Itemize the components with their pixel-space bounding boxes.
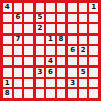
cell-r3c8[interactable]	[79, 24, 88, 33]
cell-r6c2[interactable]	[14, 57, 23, 66]
box-6: 62	[68, 36, 98, 66]
cell-r3c7[interactable]	[68, 24, 77, 33]
cell-r8c1[interactable]: 1	[3, 79, 12, 88]
cell-r8c8[interactable]	[79, 79, 88, 88]
box-4: 7	[3, 36, 33, 66]
cell-r4c5[interactable]: 1	[46, 36, 55, 45]
cell-r2c4[interactable]: 5	[36, 14, 45, 23]
cell-r5c2[interactable]	[14, 46, 23, 55]
cell-r1c6[interactable]	[57, 3, 66, 12]
cell-r1c8[interactable]	[79, 3, 88, 12]
cell-r3c2[interactable]	[14, 24, 23, 33]
cell-r6c7[interactable]	[68, 57, 77, 66]
cell-r8c9[interactable]	[89, 79, 98, 88]
cell-r4c8[interactable]	[79, 36, 88, 45]
cell-r7c4[interactable]: 3	[36, 68, 45, 77]
box-8: 36	[36, 68, 66, 98]
cell-r3c9[interactable]	[89, 24, 98, 33]
cell-r1c4[interactable]	[36, 3, 45, 12]
cell-r7c7[interactable]	[68, 68, 77, 77]
cell-r6c5[interactable]: 4	[46, 57, 55, 66]
cell-r8c3[interactable]	[24, 79, 33, 88]
cell-r2c8[interactable]	[79, 14, 88, 23]
cell-r1c9[interactable]: 1	[89, 3, 98, 12]
cell-r7c1[interactable]	[3, 68, 12, 77]
cell-r3c4[interactable]: 2	[36, 24, 45, 33]
cell-r5c5[interactable]	[46, 46, 55, 55]
cell-r9c6[interactable]	[57, 89, 66, 98]
cell-r4c1[interactable]	[3, 36, 12, 45]
cell-r6c6[interactable]	[57, 57, 66, 66]
cell-r1c3[interactable]	[24, 3, 33, 12]
box-2: 52	[36, 3, 66, 33]
cell-r7c6[interactable]	[57, 68, 66, 77]
cell-r9c2[interactable]	[14, 89, 23, 98]
cell-r9c7[interactable]	[68, 89, 77, 98]
box-9: 53	[68, 68, 98, 98]
cell-r2c6[interactable]	[57, 14, 66, 23]
cell-r6c1[interactable]	[3, 57, 12, 66]
cell-r7c5[interactable]: 6	[46, 68, 55, 77]
cell-r5c4[interactable]	[36, 46, 45, 55]
cell-r9c3[interactable]	[24, 89, 33, 98]
cell-r2c9[interactable]	[89, 14, 98, 23]
cell-r2c7[interactable]	[68, 14, 77, 23]
cell-r5c6[interactable]	[57, 46, 66, 55]
cell-r9c4[interactable]	[36, 89, 45, 98]
box-5: 184	[36, 36, 66, 66]
cell-r4c9[interactable]	[89, 36, 98, 45]
cell-r3c5[interactable]	[46, 24, 55, 33]
cell-r3c3[interactable]	[24, 24, 33, 33]
cell-r8c7[interactable]: 3	[68, 79, 77, 88]
cell-r3c1[interactable]	[3, 24, 12, 33]
cell-r8c4[interactable]	[36, 79, 45, 88]
box-3: 1	[68, 3, 98, 33]
cell-r4c6[interactable]: 8	[57, 36, 66, 45]
cell-r5c9[interactable]	[89, 46, 98, 55]
cell-r4c2[interactable]: 7	[14, 36, 23, 45]
cell-r2c5[interactable]	[46, 14, 55, 23]
cell-r6c3[interactable]	[24, 57, 33, 66]
box-1: 46	[3, 3, 33, 33]
cell-r7c9[interactable]	[89, 68, 98, 77]
cell-r5c7[interactable]: 6	[68, 46, 77, 55]
cell-r5c8[interactable]: 2	[79, 46, 88, 55]
cell-r9c9[interactable]	[89, 89, 98, 98]
cell-r2c1[interactable]	[3, 14, 12, 23]
cell-r9c8[interactable]	[79, 89, 88, 98]
cell-r1c7[interactable]	[68, 3, 77, 12]
cell-r1c5[interactable]	[46, 3, 55, 12]
cell-r6c9[interactable]	[89, 57, 98, 66]
cell-r4c4[interactable]	[36, 36, 45, 45]
cell-r8c2[interactable]	[14, 79, 23, 88]
cell-r1c2[interactable]	[14, 3, 23, 12]
cell-r2c3[interactable]	[24, 14, 33, 23]
cell-r8c6[interactable]	[57, 79, 66, 88]
cell-r7c8[interactable]: 5	[79, 68, 88, 77]
cell-r2c2[interactable]: 6	[14, 14, 23, 23]
cell-r9c5[interactable]	[46, 89, 55, 98]
cell-r6c4[interactable]	[36, 57, 45, 66]
cell-r8c5[interactable]	[46, 79, 55, 88]
cell-r7c3[interactable]	[24, 68, 33, 77]
cell-r9c1[interactable]: 8	[3, 89, 12, 98]
cell-r4c3[interactable]	[24, 36, 33, 45]
cell-r4c7[interactable]	[68, 36, 77, 45]
sudoku-board: 46521718462183653	[0, 0, 101, 101]
cell-r5c3[interactable]	[24, 46, 33, 55]
cell-r1c1[interactable]: 4	[3, 3, 12, 12]
box-7: 18	[3, 68, 33, 98]
cell-r6c8[interactable]	[79, 57, 88, 66]
cell-r7c2[interactable]	[14, 68, 23, 77]
cell-r5c1[interactable]	[3, 46, 12, 55]
cell-r3c6[interactable]	[57, 24, 66, 33]
